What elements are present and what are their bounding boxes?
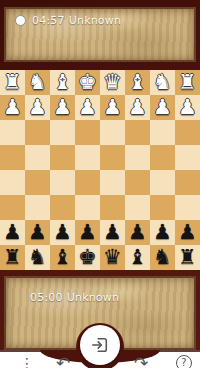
black-p-piece[interactable]: ♟	[50, 220, 75, 245]
undo-icon[interactable]: ↶	[56, 355, 70, 368]
top-clock-time: 04:57	[32, 14, 65, 27]
square[interactable]	[175, 120, 200, 145]
white-b-piece[interactable]: ♝	[50, 70, 75, 95]
black-n-piece[interactable]: ♞	[25, 245, 50, 270]
bottom-player-name: Unknown	[67, 291, 119, 304]
chess-app-screen: 04:57Unknown ♜♞♝♚♛♝♞♜♟♟♟♟♟♟♟♟♟♟♟♟♟♟♟♟♜♞♝…	[0, 0, 200, 368]
white-p-piece[interactable]: ♟	[25, 95, 50, 120]
black-p-piece[interactable]: ♟	[125, 220, 150, 245]
square[interactable]	[125, 195, 150, 220]
square[interactable]	[125, 170, 150, 195]
square[interactable]: ♟	[75, 220, 100, 245]
square[interactable]: ♟	[175, 95, 200, 120]
black-r-piece[interactable]: ♜	[175, 245, 200, 270]
white-p-piece[interactable]: ♟	[100, 95, 125, 120]
black-p-piece[interactable]: ♟	[0, 220, 25, 245]
square[interactable]: ♝	[125, 70, 150, 95]
black-p-piece[interactable]: ♟	[75, 220, 100, 245]
make-move-fab-button[interactable]	[80, 325, 120, 365]
square[interactable]: ♝	[50, 245, 75, 270]
square[interactable]: ♟	[25, 220, 50, 245]
square[interactable]: ♟	[100, 220, 125, 245]
square[interactable]	[50, 170, 75, 195]
top-player-panel: 04:57Unknown	[4, 7, 196, 62]
black-p-piece[interactable]: ♟	[25, 220, 50, 245]
black-p-piece[interactable]: ♟	[150, 220, 175, 245]
square[interactable]	[175, 145, 200, 170]
white-p-piece[interactable]: ♟	[50, 95, 75, 120]
white-p-piece[interactable]: ♟	[175, 95, 200, 120]
square[interactable]: ♟	[125, 220, 150, 245]
square[interactable]	[125, 120, 150, 145]
black-q-piece[interactable]: ♛	[100, 245, 125, 270]
square[interactable]	[25, 120, 50, 145]
top-player-name: Unknown	[69, 14, 121, 27]
white-p-piece[interactable]: ♟	[75, 95, 100, 120]
white-n-piece[interactable]: ♞	[25, 70, 50, 95]
square[interactable]	[150, 195, 175, 220]
white-k-piece[interactable]: ♚	[75, 70, 100, 95]
square[interactable]: ♟	[150, 220, 175, 245]
square[interactable]	[25, 170, 50, 195]
square[interactable]: ♞	[25, 245, 50, 270]
square[interactable]: ♞	[150, 245, 175, 270]
square[interactable]	[100, 145, 125, 170]
bottom-clock-row: 05:00Unknown	[6, 278, 194, 304]
white-n-piece[interactable]: ♞	[150, 70, 175, 95]
square[interactable]	[75, 170, 100, 195]
enter-move-icon	[91, 336, 109, 354]
square[interactable]: ♟	[50, 95, 75, 120]
square[interactable]	[50, 120, 75, 145]
white-p-piece[interactable]: ♟	[0, 95, 25, 120]
square[interactable]	[25, 145, 50, 170]
bottom-clock-time: 05:00	[30, 291, 63, 304]
black-p-piece[interactable]: ♟	[100, 220, 125, 245]
square[interactable]	[100, 195, 125, 220]
chess-board[interactable]: ♜♞♝♚♛♝♞♜♟♟♟♟♟♟♟♟♟♟♟♟♟♟♟♟♜♞♝♚♛♝♞♜	[0, 70, 200, 270]
square[interactable]: ♟	[175, 220, 200, 245]
square[interactable]	[100, 120, 125, 145]
black-b-piece[interactable]: ♝	[50, 245, 75, 270]
black-k-piece[interactable]: ♚	[75, 245, 100, 270]
square[interactable]	[50, 195, 75, 220]
square[interactable]: ♚	[75, 245, 100, 270]
white-p-piece[interactable]: ♟	[150, 95, 175, 120]
top-clock-row: 04:57Unknown	[6, 9, 194, 27]
square[interactable]	[150, 145, 175, 170]
square[interactable]: ♚	[75, 70, 100, 95]
bottom-clock-text: 05:00Unknown	[30, 291, 119, 304]
square[interactable]	[175, 195, 200, 220]
square[interactable]	[50, 145, 75, 170]
square[interactable]	[0, 195, 25, 220]
square[interactable]: ♜	[0, 70, 25, 95]
square[interactable]: ♟	[75, 95, 100, 120]
black-b-piece[interactable]: ♝	[125, 245, 150, 270]
square[interactable]	[125, 145, 150, 170]
black-p-piece[interactable]: ♟	[175, 220, 200, 245]
square[interactable]: ♟	[0, 220, 25, 245]
white-b-piece[interactable]: ♝	[125, 70, 150, 95]
square[interactable]: ♟	[0, 95, 25, 120]
square[interactable]	[75, 120, 100, 145]
square[interactable]: ♜	[175, 70, 200, 95]
black-r-piece[interactable]: ♜	[0, 245, 25, 270]
square[interactable]: ♛	[100, 245, 125, 270]
square[interactable]	[100, 170, 125, 195]
white-r-piece[interactable]: ♜	[175, 70, 200, 95]
square[interactable]: ♝	[50, 70, 75, 95]
square[interactable]: ♞	[150, 70, 175, 95]
white-q-piece[interactable]: ♛	[100, 70, 125, 95]
square[interactable]: ♜	[175, 245, 200, 270]
hint-icon[interactable]: ?	[176, 355, 192, 368]
top-clock-text: 04:57Unknown	[32, 14, 121, 27]
white-p-piece[interactable]: ♟	[125, 95, 150, 120]
square[interactable]: ♟	[150, 95, 175, 120]
square[interactable]	[150, 170, 175, 195]
black-n-piece[interactable]: ♞	[150, 245, 175, 270]
square[interactable]	[25, 195, 50, 220]
square[interactable]	[75, 195, 100, 220]
square[interactable]	[175, 170, 200, 195]
more-options-icon[interactable]: ⋮	[20, 355, 34, 368]
white-turn-indicator-icon	[15, 15, 26, 26]
square[interactable]	[0, 170, 25, 195]
square[interactable]: ♝	[125, 245, 150, 270]
square[interactable]: ♟	[50, 220, 75, 245]
square[interactable]: ♟	[100, 95, 125, 120]
square[interactable]: ♞	[25, 70, 50, 95]
white-r-piece[interactable]: ♜	[0, 70, 25, 95]
square[interactable]: ♟	[25, 95, 50, 120]
square[interactable]: ♜	[0, 245, 25, 270]
square[interactable]: ♟	[125, 95, 150, 120]
redo-icon[interactable]: ↷	[134, 355, 148, 368]
square[interactable]: ♛	[100, 70, 125, 95]
square[interactable]	[0, 145, 25, 170]
square[interactable]	[75, 145, 100, 170]
square[interactable]	[0, 120, 25, 145]
square[interactable]	[150, 120, 175, 145]
